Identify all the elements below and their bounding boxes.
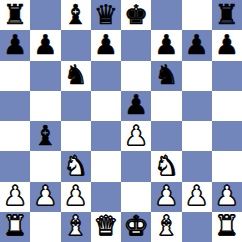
white-rook-icon[interactable]: ♜ [3,212,27,239]
square-c3[interactable]: ♞ [61,151,91,181]
white-pawn-icon[interactable]: ♟ [154,182,178,209]
square-c4[interactable] [61,121,91,151]
black-knight-icon[interactable]: ♞ [154,61,178,88]
black-pawn-icon[interactable]: ♟ [3,31,27,58]
square-a5[interactable] [0,91,30,121]
black-pawn-icon[interactable]: ♟ [94,31,118,58]
black-rook-icon[interactable]: ♜ [215,1,239,28]
square-f8[interactable] [151,0,181,30]
square-b2[interactable]: ♟ [30,182,60,212]
square-g4[interactable] [182,121,212,151]
square-f5[interactable] [151,91,181,121]
square-g7[interactable]: ♟ [182,30,212,60]
square-h7[interactable]: ♟ [212,30,242,60]
square-a1[interactable]: ♜ [0,212,30,242]
square-d4[interactable] [91,121,121,151]
square-g8[interactable] [182,0,212,30]
white-pawn-icon[interactable]: ♟ [3,182,27,209]
square-e2[interactable] [121,182,151,212]
square-f2[interactable]: ♟ [151,182,181,212]
square-g3[interactable] [182,151,212,181]
white-rook-icon[interactable]: ♜ [215,212,239,239]
white-knight-icon[interactable]: ♞ [64,152,88,179]
square-g2[interactable]: ♟ [182,182,212,212]
black-king-icon[interactable]: ♚ [124,1,148,28]
square-b3[interactable] [30,151,60,181]
square-g6[interactable] [182,61,212,91]
white-bishop-icon[interactable]: ♝ [154,212,178,239]
chess-board: ♜♝♛♚♜♟♟♟♟♟♟♞♞♟♝♟♞♞♟♟♟♟♟♟♜♝♛♚♝♜ [0,0,242,242]
square-h5[interactable] [212,91,242,121]
square-g5[interactable] [182,91,212,121]
square-h2[interactable]: ♟ [212,182,242,212]
square-d7[interactable]: ♟ [91,30,121,60]
black-rook-icon[interactable]: ♜ [3,1,27,28]
square-h8[interactable]: ♜ [212,0,242,30]
square-c7[interactable] [61,30,91,60]
white-king-icon[interactable]: ♚ [124,212,148,239]
square-h4[interactable] [212,121,242,151]
square-c6[interactable]: ♞ [61,61,91,91]
black-pawn-icon[interactable]: ♟ [33,31,57,58]
square-a7[interactable]: ♟ [0,30,30,60]
square-f7[interactable]: ♟ [151,30,181,60]
black-pawn-icon[interactable]: ♟ [154,31,178,58]
square-d5[interactable] [91,91,121,121]
square-c1[interactable]: ♝ [61,212,91,242]
white-pawn-icon[interactable]: ♟ [33,182,57,209]
square-b8[interactable] [30,0,60,30]
square-h6[interactable] [212,61,242,91]
square-g1[interactable] [182,212,212,242]
white-pawn-icon[interactable]: ♟ [64,182,88,209]
square-e5[interactable]: ♟ [121,91,151,121]
square-b1[interactable] [30,212,60,242]
square-e7[interactable] [121,30,151,60]
white-bishop-icon[interactable]: ♝ [64,212,88,239]
black-pawn-icon[interactable]: ♟ [185,31,209,58]
white-queen-icon[interactable]: ♛ [94,212,118,239]
square-b6[interactable] [30,61,60,91]
square-e4[interactable]: ♟ [121,121,151,151]
black-pawn-icon[interactable]: ♟ [215,31,239,58]
square-e8[interactable]: ♚ [121,0,151,30]
square-b5[interactable] [30,91,60,121]
square-c8[interactable]: ♝ [61,0,91,30]
black-queen-icon[interactable]: ♛ [94,1,118,28]
square-a6[interactable] [0,61,30,91]
black-bishop-icon[interactable]: ♝ [64,1,88,28]
square-f4[interactable] [151,121,181,151]
square-a8[interactable]: ♜ [0,0,30,30]
square-e3[interactable] [121,151,151,181]
square-d8[interactable]: ♛ [91,0,121,30]
square-h3[interactable] [212,151,242,181]
white-pawn-icon[interactable]: ♟ [124,122,148,149]
square-d2[interactable] [91,182,121,212]
square-c5[interactable] [61,91,91,121]
white-knight-icon[interactable]: ♞ [154,152,178,179]
square-d3[interactable] [91,151,121,181]
square-e1[interactable]: ♚ [121,212,151,242]
black-knight-icon[interactable]: ♞ [64,61,88,88]
square-h1[interactable]: ♜ [212,212,242,242]
square-d1[interactable]: ♛ [91,212,121,242]
square-f6[interactable]: ♞ [151,61,181,91]
black-pawn-icon[interactable]: ♟ [124,91,148,118]
square-a2[interactable]: ♟ [0,182,30,212]
square-e6[interactable] [121,61,151,91]
square-f1[interactable]: ♝ [151,212,181,242]
square-a3[interactable] [0,151,30,181]
square-b7[interactable]: ♟ [30,30,60,60]
white-pawn-icon[interactable]: ♟ [215,182,239,209]
square-d6[interactable] [91,61,121,91]
square-b4[interactable]: ♝ [30,121,60,151]
square-c2[interactable]: ♟ [61,182,91,212]
black-bishop-icon[interactable]: ♝ [33,122,57,149]
white-pawn-icon[interactable]: ♟ [185,182,209,209]
square-a4[interactable] [0,121,30,151]
square-f3[interactable]: ♞ [151,151,181,181]
